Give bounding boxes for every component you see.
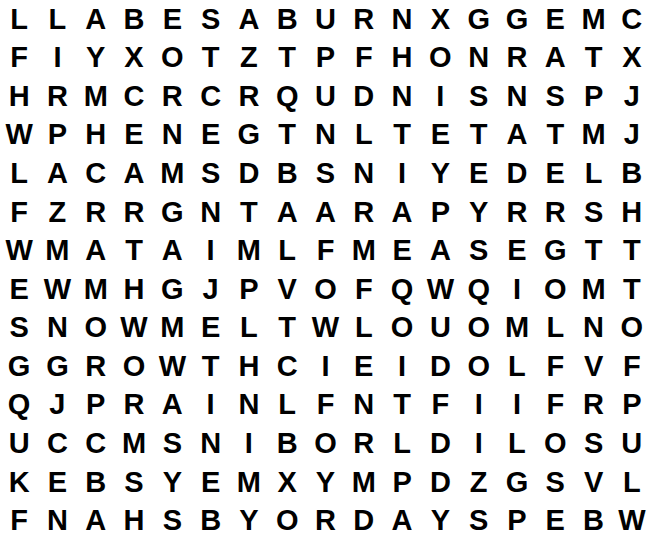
- grid-cell-r11c16[interactable]: R: [574, 386, 612, 425]
- grid-cell-r5c1[interactable]: L: [0, 154, 38, 193]
- grid-cell-r9c10[interactable]: L: [345, 309, 383, 348]
- grid-cell-r1c5[interactable]: E: [153, 0, 191, 39]
- grid-cell-r1c1[interactable]: L: [0, 0, 38, 39]
- grid-cell-r10c16[interactable]: V: [574, 347, 612, 386]
- grid-cell-r7c12[interactable]: A: [421, 231, 459, 270]
- grid-cell-r12c12[interactable]: D: [421, 424, 459, 463]
- grid-cell-r13c3[interactable]: B: [77, 463, 115, 502]
- grid-cell-r9c15[interactable]: L: [536, 309, 574, 348]
- grid-cell-r8c17[interactable]: T: [613, 270, 651, 309]
- grid-cell-r9c5[interactable]: M: [153, 309, 191, 348]
- grid-cell-r5c17[interactable]: B: [613, 154, 651, 193]
- grid-cell-r7c6[interactable]: I: [191, 231, 229, 270]
- grid-cell-r7c8[interactable]: L: [268, 231, 306, 270]
- grid-cell-r5c8[interactable]: B: [268, 154, 306, 193]
- grid-cell-r9c11[interactable]: O: [383, 309, 421, 348]
- grid-cell-r4c3[interactable]: H: [77, 116, 115, 155]
- grid-cell-r3c15[interactable]: S: [536, 77, 574, 116]
- grid-cell-r8c13[interactable]: Q: [460, 270, 498, 309]
- grid-cell-r12c14[interactable]: L: [498, 424, 536, 463]
- grid-cell-r12c3[interactable]: C: [77, 424, 115, 463]
- grid-cell-r12c7[interactable]: I: [230, 424, 268, 463]
- grid-cell-r1c13[interactable]: G: [460, 0, 498, 39]
- grid-cell-r9c1[interactable]: S: [0, 309, 38, 348]
- grid-cell-r10c6[interactable]: T: [191, 347, 229, 386]
- grid-cell-r7c17[interactable]: T: [613, 231, 651, 270]
- grid-cell-r9c8[interactable]: T: [268, 309, 306, 348]
- grid-cell-r2c13[interactable]: N: [460, 39, 498, 78]
- grid-cell-r4c4[interactable]: E: [115, 116, 153, 155]
- grid-cell-r4c2[interactable]: P: [38, 116, 76, 155]
- grid-cell-r11c8[interactable]: L: [268, 386, 306, 425]
- grid-cell-r4c6[interactable]: E: [191, 116, 229, 155]
- grid-cell-r1c2[interactable]: L: [38, 0, 76, 39]
- grid-cell-r2c3[interactable]: Y: [77, 39, 115, 78]
- grid-cell-r6c16[interactable]: S: [574, 193, 612, 232]
- grid-cell-r2c2[interactable]: I: [38, 39, 76, 78]
- grid-cell-r3c3[interactable]: M: [77, 77, 115, 116]
- grid-cell-r6c8[interactable]: A: [268, 193, 306, 232]
- grid-cell-r2c7[interactable]: Z: [230, 39, 268, 78]
- grid-cell-r11c4[interactable]: R: [115, 386, 153, 425]
- grid-cell-r13c11[interactable]: P: [383, 463, 421, 502]
- grid-cell-r13c17[interactable]: L: [613, 463, 651, 502]
- grid-cell-r6c9[interactable]: A: [306, 193, 344, 232]
- grid-cell-r13c1[interactable]: K: [0, 463, 38, 502]
- grid-cell-r8c7[interactable]: P: [230, 270, 268, 309]
- grid-cell-r14c13[interactable]: S: [460, 501, 498, 540]
- grid-cell-r1c4[interactable]: B: [115, 0, 153, 39]
- grid-cell-r3c13[interactable]: S: [460, 77, 498, 116]
- grid-cell-r14c6[interactable]: B: [191, 501, 229, 540]
- grid-cell-r14c14[interactable]: P: [498, 501, 536, 540]
- grid-cell-r13c7[interactable]: M: [230, 463, 268, 502]
- grid-cell-r5c6[interactable]: S: [191, 154, 229, 193]
- grid-cell-r12c13[interactable]: I: [460, 424, 498, 463]
- grid-cell-r3c2[interactable]: R: [38, 77, 76, 116]
- grid-cell-r7c11[interactable]: E: [383, 231, 421, 270]
- grid-cell-r13c2[interactable]: E: [38, 463, 76, 502]
- grid-cell-r3c7[interactable]: R: [230, 77, 268, 116]
- grid-cell-r6c14[interactable]: R: [498, 193, 536, 232]
- grid-cell-r7c9[interactable]: F: [306, 231, 344, 270]
- grid-cell-r3c17[interactable]: J: [613, 77, 651, 116]
- grid-cell-r1c17[interactable]: C: [613, 0, 651, 39]
- grid-cell-r11c3[interactable]: P: [77, 386, 115, 425]
- grid-cell-r4c10[interactable]: L: [345, 116, 383, 155]
- grid-cell-r8c12[interactable]: W: [421, 270, 459, 309]
- grid-cell-r5c7[interactable]: D: [230, 154, 268, 193]
- grid-cell-r3c9[interactable]: U: [306, 77, 344, 116]
- grid-cell-r10c13[interactable]: O: [460, 347, 498, 386]
- grid-cell-r1c7[interactable]: A: [230, 0, 268, 39]
- grid-cell-r9c6[interactable]: E: [191, 309, 229, 348]
- grid-cell-r14c9[interactable]: R: [306, 501, 344, 540]
- grid-cell-r12c16[interactable]: S: [574, 424, 612, 463]
- grid-cell-r7c13[interactable]: S: [460, 231, 498, 270]
- grid-cell-r11c2[interactable]: J: [38, 386, 76, 425]
- grid-cell-r8c8[interactable]: V: [268, 270, 306, 309]
- grid-cell-r6c4[interactable]: R: [115, 193, 153, 232]
- grid-cell-r9c4[interactable]: W: [115, 309, 153, 348]
- grid-cell-r1c6[interactable]: S: [191, 0, 229, 39]
- grid-cell-r14c15[interactable]: E: [536, 501, 574, 540]
- grid-cell-r12c6[interactable]: N: [191, 424, 229, 463]
- grid-cell-r4c5[interactable]: N: [153, 116, 191, 155]
- grid-cell-r12c9[interactable]: O: [306, 424, 344, 463]
- grid-cell-r13c16[interactable]: V: [574, 463, 612, 502]
- grid-cell-r8c9[interactable]: O: [306, 270, 344, 309]
- grid-cell-r10c3[interactable]: R: [77, 347, 115, 386]
- grid-cell-r12c15[interactable]: O: [536, 424, 574, 463]
- grid-cell-r11c13[interactable]: I: [460, 386, 498, 425]
- grid-cell-r7c4[interactable]: T: [115, 231, 153, 270]
- grid-cell-r7c14[interactable]: E: [498, 231, 536, 270]
- grid-cell-r9c17[interactable]: O: [613, 309, 651, 348]
- grid-cell-r5c13[interactable]: E: [460, 154, 498, 193]
- grid-cell-r4c7[interactable]: G: [230, 116, 268, 155]
- grid-cell-r1c16[interactable]: M: [574, 0, 612, 39]
- grid-cell-r8c11[interactable]: Q: [383, 270, 421, 309]
- grid-cell-r10c14[interactable]: L: [498, 347, 536, 386]
- grid-cell-r11c14[interactable]: I: [498, 386, 536, 425]
- grid-cell-r13c14[interactable]: G: [498, 463, 536, 502]
- grid-cell-r12c4[interactable]: M: [115, 424, 153, 463]
- grid-cell-r4c15[interactable]: T: [536, 116, 574, 155]
- grid-cell-r3c5[interactable]: R: [153, 77, 191, 116]
- grid-cell-r8c15[interactable]: O: [536, 270, 574, 309]
- grid-cell-r6c17[interactable]: H: [613, 193, 651, 232]
- grid-cell-r5c16[interactable]: L: [574, 154, 612, 193]
- grid-cell-r14c3[interactable]: A: [77, 501, 115, 540]
- grid-cell-r5c10[interactable]: N: [345, 154, 383, 193]
- grid-cell-r9c14[interactable]: M: [498, 309, 536, 348]
- grid-cell-r13c6[interactable]: E: [191, 463, 229, 502]
- grid-cell-r11c5[interactable]: A: [153, 386, 191, 425]
- grid-cell-r12c8[interactable]: B: [268, 424, 306, 463]
- grid-cell-r6c11[interactable]: A: [383, 193, 421, 232]
- grid-cell-r2c6[interactable]: T: [191, 39, 229, 78]
- grid-cell-r9c16[interactable]: N: [574, 309, 612, 348]
- grid-cell-r6c10[interactable]: R: [345, 193, 383, 232]
- grid-cell-r10c9[interactable]: I: [306, 347, 344, 386]
- grid-cell-r11c7[interactable]: N: [230, 386, 268, 425]
- grid-cell-r4c17[interactable]: J: [613, 116, 651, 155]
- grid-cell-r9c13[interactable]: O: [460, 309, 498, 348]
- grid-cell-r10c12[interactable]: D: [421, 347, 459, 386]
- grid-cell-r7c16[interactable]: T: [574, 231, 612, 270]
- grid-cell-r2c5[interactable]: O: [153, 39, 191, 78]
- grid-cell-r8c6[interactable]: J: [191, 270, 229, 309]
- grid-cell-r9c3[interactable]: O: [77, 309, 115, 348]
- grid-cell-r7c1[interactable]: W: [0, 231, 38, 270]
- grid-cell-r13c12[interactable]: D: [421, 463, 459, 502]
- grid-cell-r4c13[interactable]: T: [460, 116, 498, 155]
- grid-cell-r10c8[interactable]: C: [268, 347, 306, 386]
- grid-cell-r11c1[interactable]: Q: [0, 386, 38, 425]
- grid-cell-r2c10[interactable]: F: [345, 39, 383, 78]
- grid-cell-r9c12[interactable]: U: [421, 309, 459, 348]
- grid-cell-r8c3[interactable]: M: [77, 270, 115, 309]
- grid-cell-r10c2[interactable]: G: [38, 347, 76, 386]
- grid-cell-r7c5[interactable]: A: [153, 231, 191, 270]
- grid-cell-r7c7[interactable]: M: [230, 231, 268, 270]
- grid-cell-r13c9[interactable]: Y: [306, 463, 344, 502]
- grid-cell-r6c5[interactable]: G: [153, 193, 191, 232]
- grid-cell-r14c4[interactable]: H: [115, 501, 153, 540]
- grid-cell-r9c7[interactable]: L: [230, 309, 268, 348]
- grid-cell-r2c8[interactable]: T: [268, 39, 306, 78]
- grid-cell-r7c3[interactable]: A: [77, 231, 115, 270]
- grid-cell-r6c3[interactable]: R: [77, 193, 115, 232]
- grid-cell-r10c7[interactable]: H: [230, 347, 268, 386]
- grid-cell-r3c1[interactable]: H: [0, 77, 38, 116]
- grid-cell-r10c10[interactable]: E: [345, 347, 383, 386]
- grid-cell-r6c1[interactable]: F: [0, 193, 38, 232]
- grid-cell-r1c8[interactable]: B: [268, 0, 306, 39]
- grid-cell-r14c8[interactable]: O: [268, 501, 306, 540]
- grid-cell-r11c17[interactable]: P: [613, 386, 651, 425]
- grid-cell-r13c10[interactable]: M: [345, 463, 383, 502]
- grid-cell-r13c4[interactable]: S: [115, 463, 153, 502]
- grid-cell-r12c11[interactable]: L: [383, 424, 421, 463]
- grid-cell-r12c5[interactable]: S: [153, 424, 191, 463]
- grid-cell-r10c15[interactable]: F: [536, 347, 574, 386]
- grid-cell-r4c8[interactable]: T: [268, 116, 306, 155]
- grid-cell-r12c10[interactable]: R: [345, 424, 383, 463]
- grid-cell-r10c17[interactable]: F: [613, 347, 651, 386]
- grid-cell-r2c11[interactable]: H: [383, 39, 421, 78]
- grid-cell-r8c14[interactable]: I: [498, 270, 536, 309]
- grid-cell-r13c15[interactable]: S: [536, 463, 574, 502]
- grid-cell-r11c12[interactable]: F: [421, 386, 459, 425]
- grid-cell-r5c9[interactable]: S: [306, 154, 344, 193]
- grid-cell-r13c13[interactable]: Z: [460, 463, 498, 502]
- grid-cell-r8c5[interactable]: G: [153, 270, 191, 309]
- grid-cell-r11c11[interactable]: T: [383, 386, 421, 425]
- grid-cell-r5c3[interactable]: C: [77, 154, 115, 193]
- grid-cell-r1c15[interactable]: E: [536, 0, 574, 39]
- grid-cell-r8c4[interactable]: H: [115, 270, 153, 309]
- grid-cell-r12c17[interactable]: U: [613, 424, 651, 463]
- grid-cell-r13c8[interactable]: X: [268, 463, 306, 502]
- grid-cell-r4c1[interactable]: W: [0, 116, 38, 155]
- grid-cell-r10c1[interactable]: G: [0, 347, 38, 386]
- grid-cell-r8c2[interactable]: W: [38, 270, 76, 309]
- grid-cell-r8c16[interactable]: M: [574, 270, 612, 309]
- grid-cell-r9c9[interactable]: W: [306, 309, 344, 348]
- grid-cell-r3c12[interactable]: I: [421, 77, 459, 116]
- grid-cell-r14c1[interactable]: F: [0, 501, 38, 540]
- grid-cell-r4c12[interactable]: E: [421, 116, 459, 155]
- grid-cell-r3c11[interactable]: N: [383, 77, 421, 116]
- grid-cell-r3c10[interactable]: D: [345, 77, 383, 116]
- grid-cell-r12c2[interactable]: C: [38, 424, 76, 463]
- grid-cell-r3c4[interactable]: C: [115, 77, 153, 116]
- grid-cell-r6c12[interactable]: P: [421, 193, 459, 232]
- grid-cell-r14c7[interactable]: Y: [230, 501, 268, 540]
- grid-cell-r4c11[interactable]: T: [383, 116, 421, 155]
- grid-cell-r1c3[interactable]: A: [77, 0, 115, 39]
- grid-cell-r1c10[interactable]: R: [345, 0, 383, 39]
- grid-cell-r14c12[interactable]: Y: [421, 501, 459, 540]
- grid-cell-r7c10[interactable]: M: [345, 231, 383, 270]
- grid-cell-r6c15[interactable]: R: [536, 193, 574, 232]
- grid-cell-r5c4[interactable]: A: [115, 154, 153, 193]
- grid-cell-r5c11[interactable]: I: [383, 154, 421, 193]
- grid-cell-r6c13[interactable]: Y: [460, 193, 498, 232]
- grid-cell-r2c17[interactable]: X: [613, 39, 651, 78]
- grid-cell-r14c5[interactable]: S: [153, 501, 191, 540]
- grid-cell-r2c15[interactable]: A: [536, 39, 574, 78]
- grid-cell-r6c7[interactable]: T: [230, 193, 268, 232]
- grid-cell-r3c6[interactable]: C: [191, 77, 229, 116]
- grid-cell-r8c1[interactable]: E: [0, 270, 38, 309]
- grid-cell-r4c9[interactable]: N: [306, 116, 344, 155]
- grid-cell-r3c16[interactable]: P: [574, 77, 612, 116]
- grid-cell-r2c12[interactable]: O: [421, 39, 459, 78]
- grid-cell-r9c2[interactable]: N: [38, 309, 76, 348]
- grid-cell-r5c12[interactable]: Y: [421, 154, 459, 193]
- grid-cell-r4c14[interactable]: A: [498, 116, 536, 155]
- grid-cell-r11c10[interactable]: N: [345, 386, 383, 425]
- grid-cell-r14c17[interactable]: W: [613, 501, 651, 540]
- grid-cell-r2c14[interactable]: R: [498, 39, 536, 78]
- grid-cell-r2c16[interactable]: T: [574, 39, 612, 78]
- grid-cell-r12c1[interactable]: U: [0, 424, 38, 463]
- grid-cell-r2c9[interactable]: P: [306, 39, 344, 78]
- grid-cell-r4c16[interactable]: M: [574, 116, 612, 155]
- grid-cell-r5c15[interactable]: E: [536, 154, 574, 193]
- grid-cell-r3c14[interactable]: N: [498, 77, 536, 116]
- grid-cell-r8c10[interactable]: F: [345, 270, 383, 309]
- grid-cell-r5c14[interactable]: D: [498, 154, 536, 193]
- grid-cell-r6c2[interactable]: Z: [38, 193, 76, 232]
- grid-cell-r7c15[interactable]: G: [536, 231, 574, 270]
- grid-cell-r10c4[interactable]: O: [115, 347, 153, 386]
- grid-cell-r1c9[interactable]: U: [306, 0, 344, 39]
- grid-cell-r11c9[interactable]: F: [306, 386, 344, 425]
- grid-cell-r1c12[interactable]: X: [421, 0, 459, 39]
- grid-cell-r5c5[interactable]: M: [153, 154, 191, 193]
- grid-cell-r10c5[interactable]: W: [153, 347, 191, 386]
- grid-cell-r14c2[interactable]: N: [38, 501, 76, 540]
- grid-cell-r10c11[interactable]: I: [383, 347, 421, 386]
- grid-cell-r14c10[interactable]: D: [345, 501, 383, 540]
- word-search-grid: LLABESABURNXGGEMCFIYXOTZTPFHONRATXHRMCRC…: [0, 0, 663, 540]
- grid-cell-r2c4[interactable]: X: [115, 39, 153, 78]
- grid-cell-r14c16[interactable]: B: [574, 501, 612, 540]
- grid-cell-r11c6[interactable]: I: [191, 386, 229, 425]
- grid-cell-r7c2[interactable]: M: [38, 231, 76, 270]
- grid-cell-r14c11[interactable]: A: [383, 501, 421, 540]
- grid-cell-r2c1[interactable]: F: [0, 39, 38, 78]
- grid-cell-r11c15[interactable]: F: [536, 386, 574, 425]
- grid-cell-r1c11[interactable]: N: [383, 0, 421, 39]
- grid-cell-r6c6[interactable]: N: [191, 193, 229, 232]
- grid-cell-r3c8[interactable]: Q: [268, 77, 306, 116]
- grid-cell-r13c5[interactable]: Y: [153, 463, 191, 502]
- grid-cell-r1c14[interactable]: G: [498, 0, 536, 39]
- grid-cell-r5c2[interactable]: A: [38, 154, 76, 193]
